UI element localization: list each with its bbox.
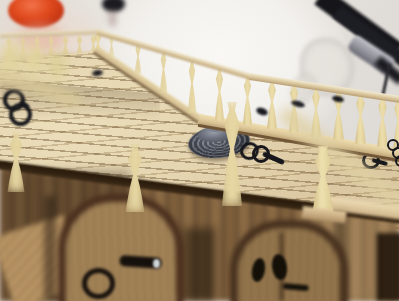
bulkhead-post <box>183 228 215 301</box>
left-door <box>58 194 184 301</box>
black-fastener-stem <box>109 10 116 26</box>
bulkhead-post <box>44 196 56 301</box>
doorway-opening <box>377 233 399 301</box>
hinge-glint <box>153 259 160 268</box>
model-ship-photo <box>0 0 399 301</box>
near-baluster-blur <box>48 50 66 80</box>
near-baluster-blur <box>0 40 22 74</box>
left-door-ring-handle <box>82 268 115 299</box>
near-baluster-blur <box>24 44 44 76</box>
